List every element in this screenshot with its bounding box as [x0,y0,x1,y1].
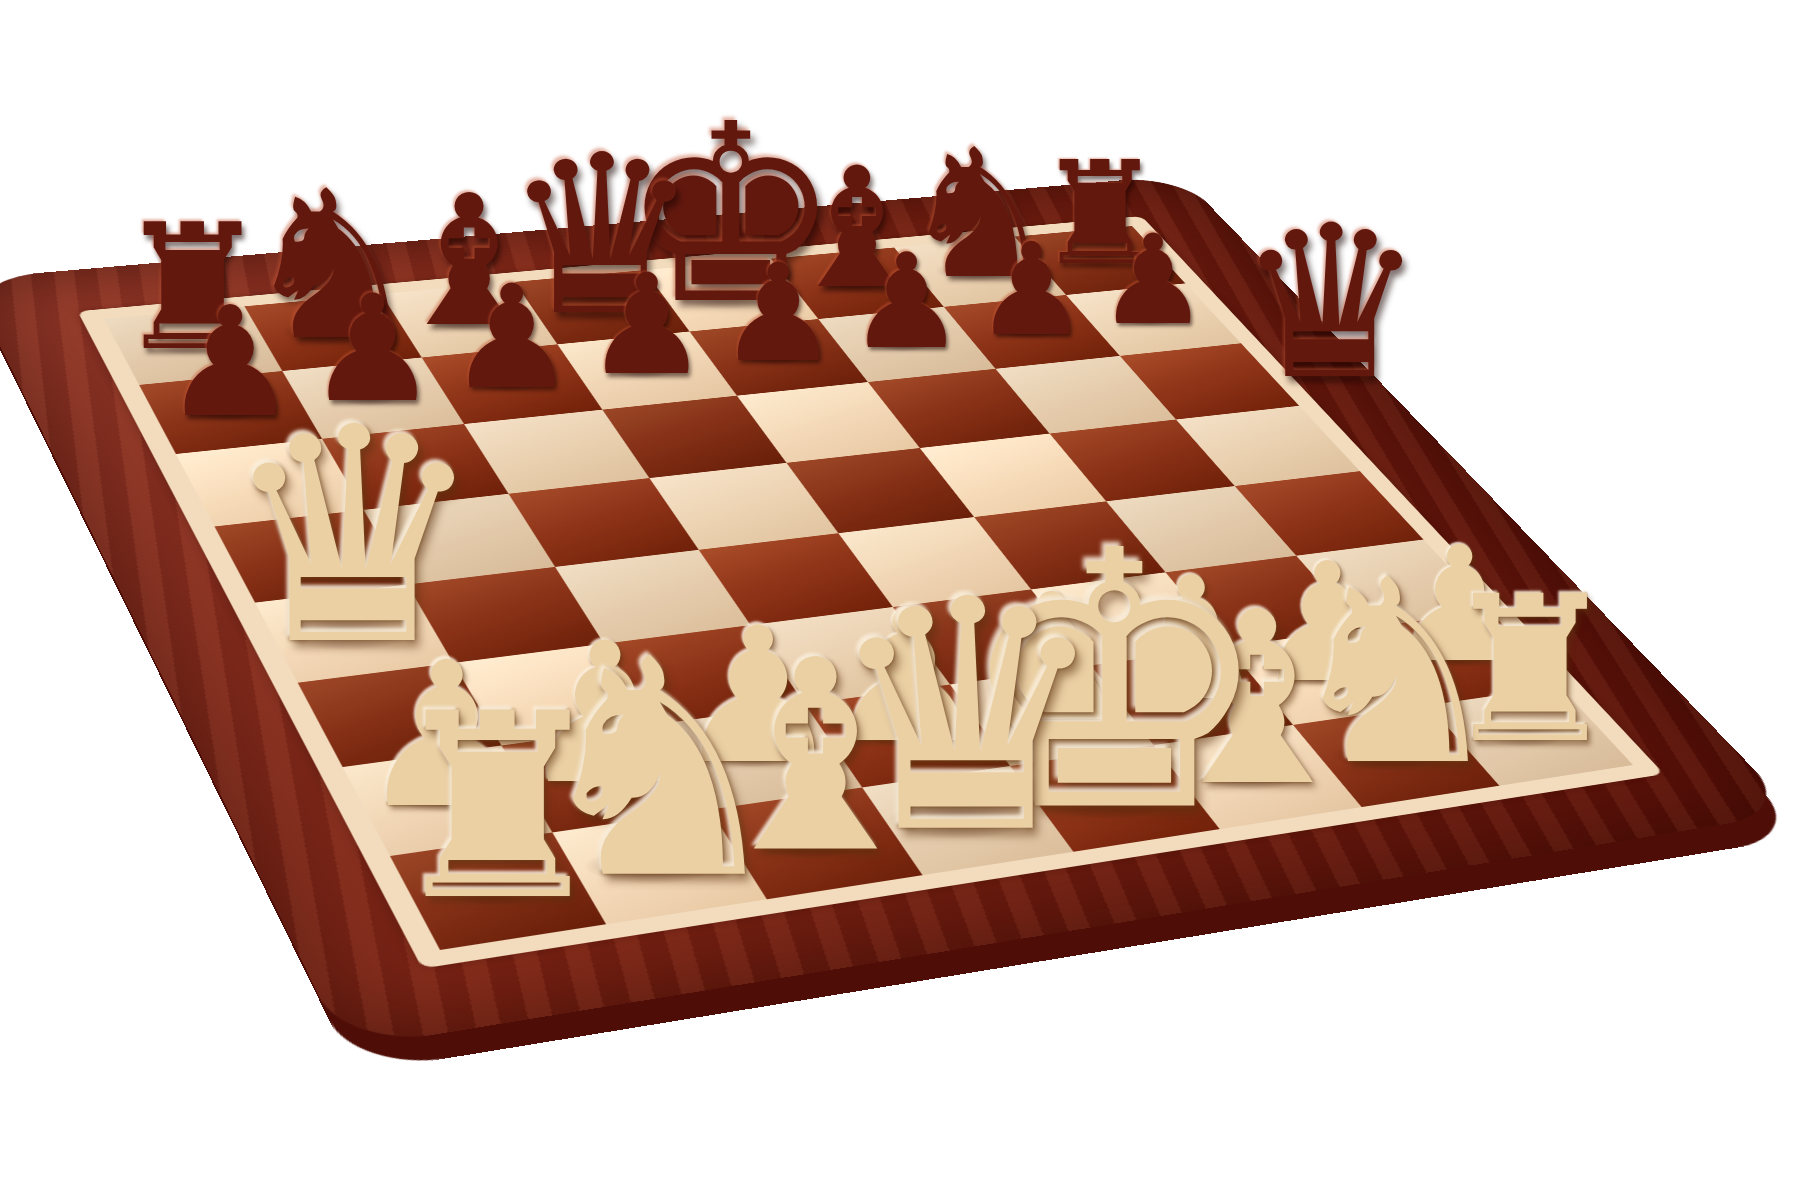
piece-red-pawn-h7[interactable]: ♟ [1098,217,1209,341]
pieces-layer: ♜♞♝♛♚♝♞♜♟♟♟♟♟♟♟♟♛♜♞♝♛♚♝♞♜♟♟♟♟♟♟♟♟♛ [0,0,1800,1200]
piece-red-pawn-d7[interactable]: ♟ [584,256,709,395]
piece-white-rook-a1[interactable]: ♜ [383,680,612,936]
chess-set-photo-scene: ♜♞♝♛♚♝♞♜♟♟♟♟♟♟♟♟♛♜♞♝♛♚♝♞♜♟♟♟♟♟♟♟♟♛ [0,0,1800,1200]
piece-red-pawn-f7[interactable]: ♟ [848,236,966,367]
piece-red-pawn-g7[interactable]: ♟ [974,227,1088,355]
piece-red-pawn-e7[interactable]: ♟ [718,246,839,381]
piece-red-queen-spare[interactable]: ♛ [1236,198,1425,409]
